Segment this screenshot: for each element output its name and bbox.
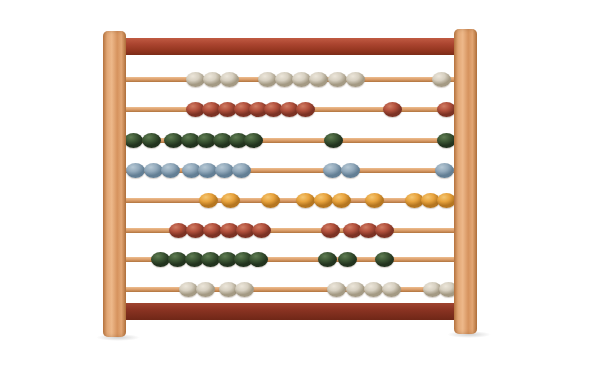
blue-bead[interactable] bbox=[323, 163, 342, 178]
green-bead[interactable] bbox=[318, 252, 337, 267]
beige-bead[interactable] bbox=[292, 72, 311, 87]
beige-bead[interactable] bbox=[432, 72, 451, 87]
green-bead[interactable] bbox=[324, 133, 343, 148]
green-bead[interactable] bbox=[244, 133, 263, 148]
yellow-bead[interactable] bbox=[296, 193, 315, 208]
left-post bbox=[103, 31, 126, 337]
blue-bead[interactable] bbox=[215, 163, 234, 178]
beige-bead[interactable] bbox=[346, 72, 365, 87]
green-bead[interactable] bbox=[249, 252, 268, 267]
top-rail bbox=[112, 38, 468, 55]
blue-bead[interactable] bbox=[126, 163, 145, 178]
red-bead[interactable] bbox=[186, 223, 205, 238]
beige-bead[interactable] bbox=[258, 72, 277, 87]
beige-bead[interactable] bbox=[275, 72, 294, 87]
beige-bead[interactable] bbox=[364, 282, 383, 297]
beige-bead[interactable] bbox=[196, 282, 215, 297]
beige-bead[interactable] bbox=[220, 72, 239, 87]
beige-bead[interactable] bbox=[328, 72, 347, 87]
red-bead[interactable] bbox=[203, 223, 222, 238]
beige-bead[interactable] bbox=[346, 282, 365, 297]
yellow-bead[interactable] bbox=[199, 193, 218, 208]
blue-bead[interactable] bbox=[341, 163, 360, 178]
beige-bead[interactable] bbox=[382, 282, 401, 297]
bottom-rail bbox=[112, 303, 468, 320]
yellow-bead[interactable] bbox=[221, 193, 240, 208]
green-bead[interactable] bbox=[437, 133, 456, 148]
beige-bead[interactable] bbox=[186, 72, 205, 87]
green-bead[interactable] bbox=[375, 252, 394, 267]
blue-bead[interactable] bbox=[161, 163, 180, 178]
yellow-bead[interactable] bbox=[261, 193, 280, 208]
beige-bead[interactable] bbox=[179, 282, 198, 297]
red-bead[interactable] bbox=[375, 223, 394, 238]
blue-bead[interactable] bbox=[198, 163, 217, 178]
beige-bead[interactable] bbox=[327, 282, 346, 297]
red-bead[interactable] bbox=[296, 102, 315, 117]
red-bead[interactable] bbox=[321, 223, 340, 238]
rod-8 bbox=[116, 287, 464, 292]
green-bead[interactable] bbox=[124, 133, 143, 148]
right-post bbox=[454, 29, 477, 334]
beige-bead[interactable] bbox=[203, 72, 222, 87]
green-bead[interactable] bbox=[151, 252, 170, 267]
red-bead[interactable] bbox=[437, 102, 456, 117]
abacus bbox=[0, 0, 590, 369]
red-bead[interactable] bbox=[169, 223, 188, 238]
yellow-bead[interactable] bbox=[332, 193, 351, 208]
beige-bead[interactable] bbox=[235, 282, 254, 297]
blue-bead[interactable] bbox=[232, 163, 251, 178]
green-bead[interactable] bbox=[168, 252, 187, 267]
green-bead[interactable] bbox=[142, 133, 161, 148]
green-bead[interactable] bbox=[164, 133, 183, 148]
red-bead[interactable] bbox=[383, 102, 402, 117]
yellow-bead[interactable] bbox=[437, 193, 456, 208]
red-bead[interactable] bbox=[252, 223, 271, 238]
beige-bead[interactable] bbox=[309, 72, 328, 87]
green-bead[interactable] bbox=[338, 252, 357, 267]
yellow-bead[interactable] bbox=[365, 193, 384, 208]
yellow-bead[interactable] bbox=[314, 193, 333, 208]
green-bead[interactable] bbox=[201, 252, 220, 267]
blue-bead[interactable] bbox=[435, 163, 454, 178]
blue-bead[interactable] bbox=[144, 163, 163, 178]
